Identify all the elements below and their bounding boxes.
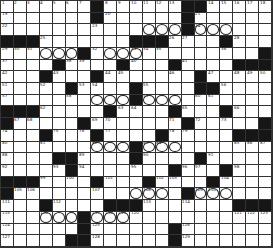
- cell-r21c15[interactable]: 129: [182, 235, 195, 247]
- cell-r20c2[interactable]: [14, 224, 27, 236]
- cell-r5c20[interactable]: [246, 48, 259, 60]
- cell-r15c10[interactable]: [117, 165, 130, 177]
- cell-r13c7[interactable]: [78, 142, 91, 154]
- cell-r18c6[interactable]: [66, 200, 79, 212]
- cell-r12c5[interactable]: 75: [53, 130, 66, 142]
- cell-r5c14[interactable]: [169, 48, 182, 60]
- cell-r6c7[interactable]: 39: [78, 60, 91, 72]
- cell-r1c21[interactable]: 18: [259, 1, 272, 13]
- cell-r15c3[interactable]: [27, 165, 40, 177]
- cell-r8c20[interactable]: [246, 83, 259, 95]
- cell-r15c11[interactable]: 95: [130, 165, 143, 177]
- cell-r7c5[interactable]: 43: [53, 71, 66, 83]
- cell-r17c19[interactable]: [233, 188, 246, 200]
- cell-r16c15[interactable]: [182, 177, 195, 189]
- cell-r11c2[interactable]: 67: [14, 118, 27, 130]
- cell-r1c7[interactable]: 7: [78, 1, 91, 13]
- cell-r18c15[interactable]: 114: [182, 200, 195, 212]
- cell-r16c21[interactable]: [259, 177, 272, 189]
- cell-r1c4[interactable]: 4: [40, 1, 53, 13]
- cell-r15c7[interactable]: 94: [78, 165, 91, 177]
- cell-r9c2[interactable]: [14, 95, 27, 107]
- cell-r17c13[interactable]: [156, 188, 169, 200]
- cell-r20c4[interactable]: [40, 224, 53, 236]
- cell-r7c17[interactable]: 47: [207, 71, 220, 83]
- cell-r11c20[interactable]: [246, 118, 259, 130]
- cell-r20c9[interactable]: [104, 224, 117, 236]
- cell-r15c20[interactable]: [246, 165, 259, 177]
- cell-r9c8[interactable]: [91, 95, 104, 107]
- cell-r1c14[interactable]: 13: [169, 1, 182, 13]
- cell-r19c11[interactable]: 120: [130, 212, 143, 224]
- cell-r21c13[interactable]: [156, 235, 169, 247]
- cell-r3c17[interactable]: [207, 24, 220, 36]
- cell-r10c17[interactable]: [207, 106, 220, 118]
- cell-r14c7[interactable]: 89: [78, 153, 91, 165]
- cell-r16c9[interactable]: 101: [104, 177, 117, 189]
- cell-r10c4[interactable]: 62: [40, 106, 53, 118]
- cell-r20c21[interactable]: [259, 224, 272, 236]
- cell-r5c9[interactable]: [104, 48, 117, 60]
- cell-r1c19[interactable]: 16: [233, 1, 246, 13]
- cell-r10c5[interactable]: [53, 106, 66, 118]
- cell-r8c8[interactable]: 54: [91, 83, 104, 95]
- cell-r18c2[interactable]: [14, 200, 27, 212]
- cell-r17c6[interactable]: [66, 188, 79, 200]
- cell-r16c6[interactable]: 100: [66, 177, 79, 189]
- cell-r11c8[interactable]: 69: [91, 118, 104, 130]
- cell-r19c13[interactable]: [156, 212, 169, 224]
- cell-r1c3[interactable]: 3: [27, 1, 40, 13]
- cell-r4c8[interactable]: [91, 36, 104, 48]
- cell-r6c6[interactable]: 38: [66, 60, 79, 72]
- cell-r19c10[interactable]: 119: [117, 212, 130, 224]
- cell-r7c14[interactable]: 46: [169, 71, 182, 83]
- cell-r13c9[interactable]: [104, 142, 117, 154]
- cell-r20c20[interactable]: [246, 224, 259, 236]
- cell-r5c18[interactable]: 36: [220, 48, 233, 60]
- cell-r20c18[interactable]: [220, 224, 233, 236]
- cell-r17c11[interactable]: [130, 188, 143, 200]
- cell-r18c5[interactable]: 112: [53, 200, 66, 212]
- cell-r10c16[interactable]: [195, 106, 208, 118]
- cell-r12c2[interactable]: [14, 130, 27, 142]
- cell-r20c6[interactable]: [66, 224, 79, 236]
- cell-r19c6[interactable]: [66, 212, 79, 224]
- cell-r9c3[interactable]: [27, 95, 40, 107]
- cell-r7c19[interactable]: 48: [233, 71, 246, 83]
- cell-r2c3[interactable]: [27, 13, 40, 25]
- cell-r1c17[interactable]: 14: [207, 1, 220, 13]
- cell-r1c9[interactable]: 8: [104, 1, 117, 13]
- cell-r9c20[interactable]: [246, 95, 259, 107]
- cell-r7c11[interactable]: [130, 71, 143, 83]
- cell-r10c6[interactable]: [66, 106, 79, 118]
- cell-r6c3[interactable]: [27, 60, 40, 72]
- cell-r21c4[interactable]: [40, 235, 53, 247]
- cell-r8c18[interactable]: 56: [220, 83, 233, 95]
- cell-r9c6[interactable]: 58: [66, 95, 79, 107]
- cell-r6c4[interactable]: [40, 60, 53, 72]
- cell-r4c10[interactable]: [117, 36, 130, 48]
- cell-r7c10[interactable]: 45: [117, 71, 130, 83]
- cell-r6c17[interactable]: [207, 60, 220, 72]
- cell-r16c18[interactable]: 104: [220, 177, 233, 189]
- cell-r13c16[interactable]: [195, 142, 208, 154]
- cell-r2c19[interactable]: [233, 13, 246, 25]
- cell-r10c15[interactable]: 65: [182, 106, 195, 118]
- cell-r8c1[interactable]: 51: [1, 83, 14, 95]
- cell-r2c17[interactable]: [207, 13, 220, 25]
- cell-r12c9[interactable]: 77: [104, 130, 117, 142]
- cell-r5c1[interactable]: 29: [1, 48, 14, 60]
- cell-r7c13[interactable]: [156, 71, 169, 83]
- cell-r16c14[interactable]: 103: [169, 177, 182, 189]
- cell-r4c16[interactable]: [195, 36, 208, 48]
- cell-r14c4[interactable]: [40, 153, 53, 165]
- cell-r13c2[interactable]: [14, 142, 27, 154]
- cell-r2c18[interactable]: [220, 13, 233, 25]
- cell-r4c21[interactable]: [259, 36, 272, 48]
- cell-r11c13[interactable]: [156, 118, 169, 130]
- cell-r12c6[interactable]: [66, 130, 79, 142]
- cell-r18c14[interactable]: [169, 200, 182, 212]
- cell-r3c18[interactable]: [220, 24, 233, 36]
- cell-r14c10[interactable]: [117, 153, 130, 165]
- cell-r20c11[interactable]: [130, 224, 143, 236]
- cell-r15c21[interactable]: [259, 165, 272, 177]
- cell-r18c7[interactable]: [78, 200, 91, 212]
- cell-r4c15[interactable]: 27: [182, 36, 195, 48]
- cell-r4c17[interactable]: [207, 36, 220, 48]
- cell-r3c12[interactable]: [143, 24, 156, 36]
- cell-r12c12[interactable]: [143, 130, 156, 142]
- cell-r8c2[interactable]: [14, 83, 27, 95]
- cell-r14c3[interactable]: [27, 153, 40, 165]
- cell-r21c1[interactable]: 127: [1, 235, 14, 247]
- cell-r9c5[interactable]: [53, 95, 66, 107]
- cell-r8c14[interactable]: [169, 83, 182, 95]
- cell-r19c21[interactable]: 123: [259, 212, 272, 224]
- cell-r4c19[interactable]: 28: [233, 36, 246, 48]
- cell-r21c12[interactable]: [143, 235, 156, 247]
- cell-r13c20[interactable]: 86: [246, 142, 259, 154]
- cell-r7c21[interactable]: 50: [259, 71, 272, 83]
- cell-r17c5[interactable]: [53, 188, 66, 200]
- cell-r5c17[interactable]: [207, 48, 220, 60]
- cell-r11c5[interactable]: [53, 118, 66, 130]
- cell-r8c12[interactable]: 55: [143, 83, 156, 95]
- cell-r6c11[interactable]: 40: [130, 60, 143, 72]
- cell-r19c14[interactable]: [169, 212, 182, 224]
- cell-r4c9[interactable]: [104, 36, 117, 48]
- cell-r21c11[interactable]: [130, 235, 143, 247]
- cell-r17c16[interactable]: 109: [195, 188, 208, 200]
- cell-r12c15[interactable]: 79: [182, 130, 195, 142]
- cell-r15c4[interactable]: [40, 165, 53, 177]
- cell-r21c18[interactable]: [220, 235, 233, 247]
- cell-r15c2[interactable]: [14, 165, 27, 177]
- cell-r7c1[interactable]: 42: [1, 71, 14, 83]
- cell-r8c13[interactable]: [156, 83, 169, 95]
- cell-r11c11[interactable]: [130, 118, 143, 130]
- cell-r7c6[interactable]: [66, 71, 79, 83]
- cell-r10c19[interactable]: 66: [233, 106, 246, 118]
- cell-r15c12[interactable]: [143, 165, 156, 177]
- cell-r6c9[interactable]: [104, 60, 117, 72]
- cell-r14c18[interactable]: [220, 153, 233, 165]
- cell-r13c21[interactable]: 87: [259, 142, 272, 154]
- cell-r16c19[interactable]: [233, 177, 246, 189]
- cell-r17c18[interactable]: [220, 188, 233, 200]
- cell-r21c20[interactable]: [246, 235, 259, 247]
- cell-r3c8[interactable]: 23: [91, 24, 104, 36]
- cell-r3c21[interactable]: [259, 24, 272, 36]
- cell-r13c17[interactable]: [207, 142, 220, 154]
- cell-r15c16[interactable]: 97: [195, 165, 208, 177]
- cell-r14c8[interactable]: [91, 153, 104, 165]
- cell-r2c4[interactable]: [40, 13, 53, 25]
- cell-r7c18[interactable]: [220, 71, 233, 83]
- cell-r12c14[interactable]: 78: [169, 130, 182, 142]
- cell-r19c19[interactable]: 121: [233, 212, 246, 224]
- cell-r7c20[interactable]: 49: [246, 71, 259, 83]
- cell-r1c10[interactable]: 9: [117, 1, 130, 13]
- cell-r1c18[interactable]: 15: [220, 1, 233, 13]
- cell-r20c16[interactable]: [195, 224, 208, 236]
- cell-r21c2[interactable]: [14, 235, 27, 247]
- cell-r5c5[interactable]: [53, 48, 66, 60]
- cell-r19c18[interactable]: [220, 212, 233, 224]
- cell-r12c16[interactable]: [195, 130, 208, 142]
- cell-r7c9[interactable]: 44: [104, 71, 117, 83]
- cell-r17c14[interactable]: [169, 188, 182, 200]
- cell-r6c8[interactable]: [91, 60, 104, 72]
- cell-r13c12[interactable]: 83: [143, 142, 156, 154]
- cell-r9c19[interactable]: [233, 95, 246, 107]
- cell-r3c2[interactable]: [14, 24, 27, 36]
- cell-r9c17[interactable]: 61: [207, 95, 220, 107]
- cell-r18c13[interactable]: [156, 200, 169, 212]
- cell-r14c13[interactable]: [156, 153, 169, 165]
- cell-r3c3[interactable]: [27, 24, 40, 36]
- cell-r10c13[interactable]: [156, 106, 169, 118]
- cell-r21c5[interactable]: [53, 235, 66, 247]
- cell-r10c10[interactable]: 63: [117, 106, 130, 118]
- cell-r9c15[interactable]: [182, 95, 195, 107]
- cell-r2c10[interactable]: [117, 13, 130, 25]
- cell-r1c2[interactable]: 2: [14, 1, 27, 13]
- cell-r18c17[interactable]: [207, 200, 220, 212]
- cell-r17c9[interactable]: [104, 188, 117, 200]
- cell-r13c8[interactable]: 82: [91, 142, 104, 154]
- cell-r5c13[interactable]: 35: [156, 48, 169, 60]
- cell-r14c1[interactable]: 88: [1, 153, 14, 165]
- cell-r9c18[interactable]: [220, 95, 233, 107]
- cell-r2c1[interactable]: 19: [1, 13, 14, 25]
- cell-r21c8[interactable]: 128: [91, 235, 104, 247]
- cell-r15c5[interactable]: 93: [53, 165, 66, 177]
- cell-r17c20[interactable]: [246, 188, 259, 200]
- cell-r5c11[interactable]: 33: [130, 48, 143, 60]
- cell-r2c9[interactable]: 20: [104, 13, 117, 25]
- cell-r16c5[interactable]: [53, 177, 66, 189]
- cell-r13c5[interactable]: [53, 142, 66, 154]
- cell-r17c8[interactable]: 107: [91, 188, 104, 200]
- cell-r21c19[interactable]: [233, 235, 246, 247]
- cell-r17c21[interactable]: [259, 188, 272, 200]
- cell-r19c16[interactable]: [195, 212, 208, 224]
- cell-r6c12[interactable]: [143, 60, 156, 72]
- cell-r20c13[interactable]: [156, 224, 169, 236]
- cell-r18c18[interactable]: [220, 200, 233, 212]
- cell-r11c14[interactable]: 71: [169, 118, 182, 130]
- cell-r1c11[interactable]: 10: [130, 1, 143, 13]
- cell-r15c8[interactable]: [91, 165, 104, 177]
- cell-r6c2[interactable]: [14, 60, 27, 72]
- cell-r6c1[interactable]: 37: [1, 60, 14, 72]
- cell-r11c18[interactable]: 73: [220, 118, 233, 130]
- cell-r6c18[interactable]: [220, 60, 233, 72]
- cell-r2c14[interactable]: [169, 13, 182, 25]
- cell-r13c18[interactable]: [220, 142, 233, 154]
- cell-r8c15[interactable]: [182, 83, 195, 95]
- cell-r19c1[interactable]: 115: [1, 212, 14, 224]
- cell-r6c13[interactable]: [156, 60, 169, 72]
- cell-r11c6[interactable]: [66, 118, 79, 130]
- cell-r13c15[interactable]: [182, 142, 195, 154]
- cell-r1c20[interactable]: 17: [246, 1, 259, 13]
- cell-r20c3[interactable]: [27, 224, 40, 236]
- cell-r15c9[interactable]: [104, 165, 117, 177]
- cell-r12c18[interactable]: [220, 130, 233, 142]
- cell-r19c2[interactable]: [14, 212, 27, 224]
- cell-r2c11[interactable]: [130, 13, 143, 25]
- cell-r3c11[interactable]: [130, 24, 143, 36]
- cell-r7c7[interactable]: [78, 71, 91, 83]
- cell-r16c16[interactable]: [195, 177, 208, 189]
- cell-r19c3[interactable]: [27, 212, 40, 224]
- cell-r19c8[interactable]: 117: [91, 212, 104, 224]
- cell-r10c12[interactable]: [143, 106, 156, 118]
- cell-r9c21[interactable]: [259, 95, 272, 107]
- cell-r2c13[interactable]: [156, 13, 169, 25]
- cell-r16c13[interactable]: 102: [156, 177, 169, 189]
- cell-r12c7[interactable]: 76: [78, 130, 91, 142]
- cell-r21c21[interactable]: [259, 235, 272, 247]
- cell-r9c14[interactable]: [169, 95, 182, 107]
- cell-r20c15[interactable]: 126: [182, 224, 195, 236]
- cell-r19c5[interactable]: [53, 212, 66, 224]
- cell-r2c2[interactable]: [14, 13, 27, 25]
- cell-r10c20[interactable]: [246, 106, 259, 118]
- cell-r16c10[interactable]: [117, 177, 130, 189]
- cell-r17c4[interactable]: [40, 188, 53, 200]
- cell-r16c4[interactable]: 99: [40, 177, 53, 189]
- cell-r10c11[interactable]: 64: [130, 106, 143, 118]
- cell-r20c17[interactable]: [207, 224, 220, 236]
- cell-r10c8[interactable]: [91, 106, 104, 118]
- cell-r1c12[interactable]: 11: [143, 1, 156, 13]
- cell-r9c9[interactable]: [104, 95, 117, 107]
- cell-r10c7[interactable]: [78, 106, 91, 118]
- cell-r12c3[interactable]: [27, 130, 40, 142]
- cell-r19c20[interactable]: 122: [246, 212, 259, 224]
- cell-r19c15[interactable]: [182, 212, 195, 224]
- cell-r5c6[interactable]: [66, 48, 79, 60]
- cell-r12c10[interactable]: [117, 130, 130, 142]
- cell-r21c10[interactable]: [117, 235, 130, 247]
- cell-r1c1[interactable]: 1: [1, 1, 14, 13]
- cell-r12c17[interactable]: [207, 130, 220, 142]
- cell-r3c4[interactable]: [40, 24, 53, 36]
- cell-r12c1[interactable]: 74: [1, 130, 14, 142]
- cell-r4c14[interactable]: 26: [169, 36, 182, 48]
- cell-r20c8[interactable]: 125: [91, 224, 104, 236]
- cell-r3c7[interactable]: [78, 24, 91, 36]
- cell-r4c7[interactable]: [78, 36, 91, 48]
- cell-r18c12[interactable]: 113: [143, 200, 156, 212]
- cell-r19c4[interactable]: 116: [40, 212, 53, 224]
- cell-r13c4[interactable]: 81: [40, 142, 53, 154]
- cell-r13c13[interactable]: 84: [156, 142, 169, 154]
- cell-r19c17[interactable]: [207, 212, 220, 224]
- cell-r8c3[interactable]: [27, 83, 40, 95]
- cell-r14c20[interactable]: [246, 153, 259, 165]
- cell-r7c3[interactable]: [27, 71, 40, 83]
- cell-r18c8[interactable]: [91, 200, 104, 212]
- cell-r3c13[interactable]: [156, 24, 169, 36]
- cell-r14c17[interactable]: 91: [207, 153, 220, 165]
- cell-r14c21[interactable]: [259, 153, 272, 165]
- cell-r21c9[interactable]: [104, 235, 117, 247]
- cell-r5c19[interactable]: [233, 48, 246, 60]
- cell-r13c3[interactable]: [27, 142, 40, 154]
- cell-r2c7[interactable]: [78, 13, 91, 25]
- cell-r14c12[interactable]: 90: [143, 153, 156, 165]
- cell-r8c19[interactable]: [233, 83, 246, 95]
- cell-r11c4[interactable]: [40, 118, 53, 130]
- cell-r4c6[interactable]: [66, 36, 79, 48]
- cell-r20c5[interactable]: [53, 224, 66, 236]
- cell-r17c12[interactable]: 108: [143, 188, 156, 200]
- cell-r15c17[interactable]: [207, 165, 220, 177]
- cell-r13c19[interactable]: 85: [233, 142, 246, 154]
- cell-r8c10[interactable]: [117, 83, 130, 95]
- cell-r5c12[interactable]: 34: [143, 48, 156, 60]
- cell-r5c8[interactable]: 32: [91, 48, 104, 60]
- cell-r20c19[interactable]: [233, 224, 246, 236]
- cell-r5c3[interactable]: 31: [27, 48, 40, 60]
- cell-r19c9[interactable]: 118: [104, 212, 117, 224]
- cell-r3c5[interactable]: [53, 24, 66, 36]
- cell-r14c15[interactable]: [182, 153, 195, 165]
- cell-r21c16[interactable]: [195, 235, 208, 247]
- cell-r13c14[interactable]: [169, 142, 182, 154]
- cell-r4c20[interactable]: [246, 36, 259, 48]
- cell-r15c1[interactable]: 92: [1, 165, 14, 177]
- cell-r11c12[interactable]: [143, 118, 156, 130]
- cell-r9c1[interactable]: 57: [1, 95, 14, 107]
- cell-r11c10[interactable]: [117, 118, 130, 130]
- cell-r15c13[interactable]: [156, 165, 169, 177]
- cell-r5c2[interactable]: 30: [14, 48, 27, 60]
- cell-r20c12[interactable]: [143, 224, 156, 236]
- cell-r2c6[interactable]: [66, 13, 79, 25]
- cell-r8c5[interactable]: [53, 83, 66, 95]
- cell-r11c19[interactable]: [233, 118, 246, 130]
- cell-r8c21[interactable]: [259, 83, 272, 95]
